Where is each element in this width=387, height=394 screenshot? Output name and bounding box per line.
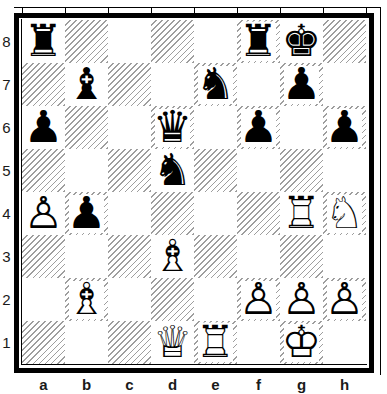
- square-h7[interactable]: [323, 63, 366, 106]
- square-b3[interactable]: [65, 235, 108, 278]
- square-d1[interactable]: ♕: [151, 321, 194, 364]
- piece-black-pawn: ♟: [24, 105, 63, 149]
- piece-white-bishop: ♗: [67, 277, 106, 321]
- file-label-d: d: [151, 375, 194, 393]
- square-g6[interactable]: [280, 106, 323, 149]
- square-h5[interactable]: [323, 149, 366, 192]
- piece-black-rook: ♜: [239, 19, 278, 63]
- square-f2[interactable]: ♙: [237, 278, 280, 321]
- square-e8[interactable]: [194, 20, 237, 63]
- square-e2[interactable]: [194, 278, 237, 321]
- square-g7[interactable]: ♟: [280, 63, 323, 106]
- square-h1[interactable]: [323, 321, 366, 364]
- square-e5[interactable]: [194, 149, 237, 192]
- file-label-e: e: [194, 375, 237, 393]
- square-f6[interactable]: ♟: [237, 106, 280, 149]
- piece-black-pawn: ♟: [325, 105, 364, 149]
- rank-label-1: 1: [0, 321, 13, 364]
- rank-label-5: 5: [0, 149, 13, 192]
- rank-label-3: 3: [0, 235, 13, 278]
- square-c2[interactable]: [108, 278, 151, 321]
- square-b4[interactable]: ♟: [65, 192, 108, 235]
- square-f8[interactable]: ♜: [237, 20, 280, 63]
- piece-black-pawn: ♟: [282, 62, 321, 106]
- square-h2[interactable]: ♙: [323, 278, 366, 321]
- piece-white-knight: ♘: [325, 191, 364, 235]
- file-label-h: h: [323, 375, 366, 393]
- square-d5[interactable]: ♞: [151, 149, 194, 192]
- square-e4[interactable]: [194, 192, 237, 235]
- square-a5[interactable]: [22, 149, 65, 192]
- piece-black-queen: ♛: [153, 105, 192, 149]
- square-h3[interactable]: [323, 235, 366, 278]
- square-a6[interactable]: ♟: [22, 106, 65, 149]
- square-e3[interactable]: [194, 235, 237, 278]
- square-f4[interactable]: [237, 192, 280, 235]
- square-c7[interactable]: [108, 63, 151, 106]
- piece-black-bishop: ♝: [67, 62, 106, 106]
- square-d4[interactable]: [151, 192, 194, 235]
- square-d2[interactable]: [151, 278, 194, 321]
- square-f5[interactable]: [237, 149, 280, 192]
- file-label-c: c: [108, 375, 151, 393]
- piece-black-knight: ♞: [153, 148, 192, 192]
- piece-white-bishop: ♗: [153, 234, 192, 278]
- square-a4[interactable]: ♙: [22, 192, 65, 235]
- square-g3[interactable]: [280, 235, 323, 278]
- piece-white-queen: ♕: [153, 320, 192, 364]
- file-label-a: a: [22, 375, 65, 393]
- file-label-g: g: [280, 375, 323, 393]
- square-d8[interactable]: [151, 20, 194, 63]
- square-c3[interactable]: [108, 235, 151, 278]
- piece-white-pawn: ♙: [24, 191, 63, 235]
- square-c5[interactable]: [108, 149, 151, 192]
- square-a1[interactable]: [22, 321, 65, 364]
- piece-black-pawn: ♟: [67, 191, 106, 235]
- square-b2[interactable]: ♗: [65, 278, 108, 321]
- rank-label-6: 6: [0, 106, 13, 149]
- square-b5[interactable]: [65, 149, 108, 192]
- square-a8[interactable]: ♜: [22, 20, 65, 63]
- square-b8[interactable]: [65, 20, 108, 63]
- square-h4[interactable]: ♘: [323, 192, 366, 235]
- square-c4[interactable]: [108, 192, 151, 235]
- piece-white-king: ♔: [282, 320, 321, 364]
- square-b7[interactable]: ♝: [65, 63, 108, 106]
- chess-board: ♜♜♚♝♞♟♟♛♟♟♞♙♟♖♘♗♗♙♙♙♕♖♔: [22, 20, 366, 364]
- rank-label-8: 8: [0, 20, 13, 63]
- square-a2[interactable]: [22, 278, 65, 321]
- square-h6[interactable]: ♟: [323, 106, 366, 149]
- square-g2[interactable]: ♙: [280, 278, 323, 321]
- square-a7[interactable]: [22, 63, 65, 106]
- rank-label-4: 4: [0, 192, 13, 235]
- chess-diagram: ♜♜♚♝♞♟♟♛♟♟♞♙♟♖♘♗♗♙♙♙♕♖♔ 87654321 abcdefg…: [0, 0, 387, 394]
- piece-black-knight: ♞: [196, 62, 235, 106]
- piece-black-king: ♚: [282, 19, 321, 63]
- file-label-f: f: [237, 375, 280, 393]
- square-g1[interactable]: ♔: [280, 321, 323, 364]
- square-a3[interactable]: [22, 235, 65, 278]
- piece-white-rook: ♖: [282, 191, 321, 235]
- square-d6[interactable]: ♛: [151, 106, 194, 149]
- square-g4[interactable]: ♖: [280, 192, 323, 235]
- square-f1[interactable]: [237, 321, 280, 364]
- square-e6[interactable]: [194, 106, 237, 149]
- square-b1[interactable]: [65, 321, 108, 364]
- square-e7[interactable]: ♞: [194, 63, 237, 106]
- piece-white-pawn: ♙: [325, 277, 364, 321]
- piece-white-rook: ♖: [196, 320, 235, 364]
- square-b6[interactable]: [65, 106, 108, 149]
- square-d7[interactable]: [151, 63, 194, 106]
- square-c8[interactable]: [108, 20, 151, 63]
- square-e1[interactable]: ♖: [194, 321, 237, 364]
- square-c6[interactable]: [108, 106, 151, 149]
- piece-black-rook: ♜: [24, 19, 63, 63]
- piece-white-pawn: ♙: [239, 277, 278, 321]
- piece-black-pawn: ♟: [239, 105, 278, 149]
- square-g8[interactable]: ♚: [280, 20, 323, 63]
- square-f7[interactable]: [237, 63, 280, 106]
- square-c1[interactable]: [108, 321, 151, 364]
- piece-white-pawn: ♙: [282, 277, 321, 321]
- rank-label-7: 7: [0, 63, 13, 106]
- square-h8[interactable]: [323, 20, 366, 63]
- square-d3[interactable]: ♗: [151, 235, 194, 278]
- square-g5[interactable]: [280, 149, 323, 192]
- rank-label-2: 2: [0, 278, 13, 321]
- file-label-b: b: [65, 375, 108, 393]
- square-f3[interactable]: [237, 235, 280, 278]
